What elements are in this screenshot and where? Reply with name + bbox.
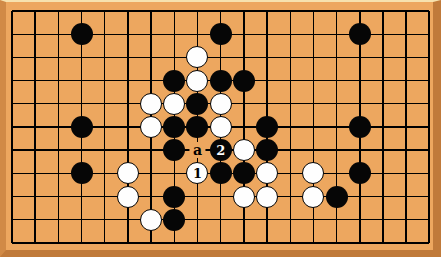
black-stone — [349, 116, 371, 138]
intersection — [209, 185, 232, 208]
white-stone — [233, 139, 255, 161]
intersection — [24, 208, 47, 231]
intersection — [186, 23, 209, 46]
intersection — [163, 162, 186, 185]
intersection — [348, 208, 371, 231]
intersection — [163, 92, 186, 115]
intersection — [395, 162, 418, 185]
intersection — [116, 92, 139, 115]
intersection — [116, 0, 139, 23]
intersection — [255, 139, 278, 162]
intersection — [418, 92, 441, 115]
intersection — [186, 69, 209, 92]
black-stone — [71, 162, 93, 184]
intersection — [302, 208, 325, 231]
intersection — [24, 115, 47, 138]
intersection — [418, 185, 441, 208]
intersection — [325, 231, 348, 254]
black-stone — [186, 93, 208, 115]
intersection — [325, 185, 348, 208]
intersection — [186, 115, 209, 138]
intersection — [348, 139, 371, 162]
white-stone — [140, 209, 162, 231]
intersection — [325, 208, 348, 231]
intersection — [348, 23, 371, 46]
intersection — [418, 46, 441, 69]
intersection — [371, 208, 394, 231]
intersection — [348, 115, 371, 138]
intersection — [232, 231, 255, 254]
intersection — [47, 115, 70, 138]
black-stone — [71, 116, 93, 138]
intersection — [255, 23, 278, 46]
intersection — [0, 0, 23, 23]
intersection — [279, 139, 302, 162]
intersection — [24, 162, 47, 185]
intersection — [0, 115, 23, 138]
black-stone — [349, 162, 371, 184]
intersection — [24, 139, 47, 162]
intersection — [371, 115, 394, 138]
intersection — [186, 46, 209, 69]
intersection — [186, 92, 209, 115]
intersection — [348, 69, 371, 92]
intersection — [93, 69, 116, 92]
intersection — [209, 46, 232, 69]
intersection — [279, 46, 302, 69]
intersection — [209, 92, 232, 115]
intersection — [116, 115, 139, 138]
intersection — [325, 162, 348, 185]
intersection — [325, 23, 348, 46]
intersection — [279, 23, 302, 46]
intersection — [395, 23, 418, 46]
intersection — [140, 0, 163, 23]
intersection — [395, 0, 418, 23]
intersection — [163, 231, 186, 254]
white-stone — [210, 93, 232, 115]
intersection — [70, 115, 93, 138]
intersection — [255, 162, 278, 185]
intersection — [24, 69, 47, 92]
intersection — [302, 0, 325, 23]
intersection — [348, 92, 371, 115]
intersection — [371, 139, 394, 162]
intersection — [348, 185, 371, 208]
white-stone — [256, 162, 278, 184]
intersection — [371, 92, 394, 115]
intersection — [255, 231, 278, 254]
intersection — [232, 185, 255, 208]
intersection — [47, 139, 70, 162]
intersection — [232, 46, 255, 69]
intersection — [209, 69, 232, 92]
intersection — [93, 0, 116, 23]
intersection — [0, 231, 23, 254]
intersection — [418, 23, 441, 46]
intersection — [116, 23, 139, 46]
intersection — [47, 0, 70, 23]
intersection — [24, 185, 47, 208]
black-stone — [256, 116, 278, 138]
white-stone — [186, 70, 208, 92]
intersection — [348, 46, 371, 69]
intersection — [24, 23, 47, 46]
point-label-a: a — [190, 142, 205, 158]
intersection — [395, 208, 418, 231]
intersection — [116, 46, 139, 69]
intersection — [116, 208, 139, 231]
black-stone — [349, 23, 371, 45]
intersection — [255, 46, 278, 69]
intersection — [0, 208, 23, 231]
intersection — [232, 23, 255, 46]
intersection — [163, 115, 186, 138]
intersection — [70, 23, 93, 46]
intersection — [255, 208, 278, 231]
move-number-2: 2 — [216, 144, 225, 157]
intersection — [0, 139, 23, 162]
intersection — [93, 162, 116, 185]
intersection — [395, 139, 418, 162]
intersection — [163, 139, 186, 162]
intersection — [232, 139, 255, 162]
intersection — [395, 185, 418, 208]
intersection — [140, 185, 163, 208]
intersection — [70, 162, 93, 185]
intersection: 1 — [186, 162, 209, 185]
move-number-1: 1 — [193, 167, 202, 180]
intersection — [209, 208, 232, 231]
intersection — [325, 115, 348, 138]
intersection — [302, 46, 325, 69]
intersection — [24, 92, 47, 115]
intersection — [348, 231, 371, 254]
intersection — [325, 46, 348, 69]
intersection — [232, 208, 255, 231]
intersection — [255, 69, 278, 92]
intersection — [279, 115, 302, 138]
intersection — [279, 162, 302, 185]
intersection — [209, 162, 232, 185]
white-stone: 1 — [186, 162, 208, 184]
white-stone — [302, 162, 324, 184]
intersection — [116, 162, 139, 185]
intersection — [140, 231, 163, 254]
intersection — [279, 92, 302, 115]
intersection — [0, 46, 23, 69]
intersection — [93, 92, 116, 115]
intersection — [70, 208, 93, 231]
intersection — [418, 208, 441, 231]
intersection — [163, 46, 186, 69]
intersection — [325, 0, 348, 23]
intersection — [209, 0, 232, 23]
intersection — [116, 139, 139, 162]
intersection — [163, 208, 186, 231]
intersection — [418, 0, 441, 23]
intersection — [140, 92, 163, 115]
intersection — [70, 69, 93, 92]
intersection — [70, 139, 93, 162]
intersection — [186, 0, 209, 23]
intersection — [371, 231, 394, 254]
white-stone — [302, 186, 324, 208]
intersection — [418, 115, 441, 138]
intersection — [279, 208, 302, 231]
intersection — [116, 185, 139, 208]
intersection — [24, 0, 47, 23]
intersection — [371, 0, 394, 23]
intersection — [140, 115, 163, 138]
intersection — [70, 231, 93, 254]
intersection — [47, 23, 70, 46]
intersection — [24, 46, 47, 69]
intersection — [0, 23, 23, 46]
intersection — [348, 0, 371, 23]
intersection — [70, 46, 93, 69]
intersection — [232, 69, 255, 92]
intersection — [232, 0, 255, 23]
intersection — [279, 231, 302, 254]
white-stone — [163, 93, 185, 115]
intersection — [140, 162, 163, 185]
white-stone — [186, 46, 208, 68]
intersection: a — [186, 139, 209, 162]
intersection — [395, 46, 418, 69]
intersection — [47, 92, 70, 115]
intersection — [47, 231, 70, 254]
board-grid: a21 — [0, 0, 441, 254]
intersection — [116, 231, 139, 254]
intersection — [232, 92, 255, 115]
intersection — [163, 0, 186, 23]
intersection — [232, 115, 255, 138]
intersection — [255, 115, 278, 138]
intersection — [209, 23, 232, 46]
black-stone — [256, 139, 278, 161]
intersection — [140, 69, 163, 92]
white-stone — [256, 186, 278, 208]
black-stone — [233, 70, 255, 92]
black-stone — [163, 139, 185, 161]
black-stone — [210, 70, 232, 92]
intersection — [140, 139, 163, 162]
intersection — [302, 162, 325, 185]
intersection — [70, 185, 93, 208]
intersection — [371, 69, 394, 92]
go-board: a21 — [0, 0, 441, 257]
black-stone — [326, 186, 348, 208]
white-stone — [117, 162, 139, 184]
intersection — [93, 139, 116, 162]
intersection — [395, 92, 418, 115]
black-stone — [210, 162, 232, 184]
intersection — [24, 231, 47, 254]
intersection — [232, 162, 255, 185]
intersection — [93, 46, 116, 69]
intersection — [186, 208, 209, 231]
intersection — [325, 139, 348, 162]
black-stone — [233, 162, 255, 184]
intersection — [302, 231, 325, 254]
intersection — [140, 208, 163, 231]
white-stone — [140, 93, 162, 115]
intersection — [0, 162, 23, 185]
white-stone — [233, 186, 255, 208]
intersection — [209, 115, 232, 138]
intersection — [47, 162, 70, 185]
intersection — [0, 92, 23, 115]
black-stone — [163, 186, 185, 208]
intersection — [325, 69, 348, 92]
intersection — [302, 185, 325, 208]
intersection — [186, 231, 209, 254]
intersection — [0, 185, 23, 208]
intersection — [70, 92, 93, 115]
intersection — [395, 115, 418, 138]
intersection — [47, 69, 70, 92]
intersection — [116, 69, 139, 92]
intersection — [47, 46, 70, 69]
white-stone — [117, 186, 139, 208]
intersection — [418, 162, 441, 185]
intersection — [371, 185, 394, 208]
intersection — [93, 231, 116, 254]
intersection — [279, 69, 302, 92]
intersection — [302, 69, 325, 92]
intersection — [0, 69, 23, 92]
intersection — [418, 231, 441, 254]
intersection — [279, 0, 302, 23]
intersection: 2 — [209, 139, 232, 162]
intersection — [302, 23, 325, 46]
intersection — [140, 23, 163, 46]
intersection — [93, 208, 116, 231]
intersection — [418, 139, 441, 162]
black-stone — [163, 70, 185, 92]
intersection — [70, 0, 93, 23]
black-stone — [163, 209, 185, 231]
black-stone — [163, 116, 185, 138]
intersection — [255, 185, 278, 208]
white-stone — [140, 116, 162, 138]
intersection — [371, 46, 394, 69]
black-stone: 2 — [210, 139, 232, 161]
black-stone — [210, 23, 232, 45]
intersection — [325, 92, 348, 115]
intersection — [255, 92, 278, 115]
intersection — [140, 46, 163, 69]
intersection — [302, 115, 325, 138]
black-stone — [186, 116, 208, 138]
intersection — [93, 23, 116, 46]
intersection — [418, 69, 441, 92]
intersection — [371, 23, 394, 46]
intersection — [186, 185, 209, 208]
intersection — [302, 139, 325, 162]
intersection — [93, 185, 116, 208]
intersection — [395, 231, 418, 254]
intersection — [163, 69, 186, 92]
intersection — [93, 115, 116, 138]
intersection — [163, 185, 186, 208]
intersection — [47, 208, 70, 231]
intersection — [348, 162, 371, 185]
intersection — [209, 231, 232, 254]
black-stone — [71, 23, 93, 45]
intersection — [395, 69, 418, 92]
intersection — [371, 162, 394, 185]
intersection — [163, 23, 186, 46]
intersection — [302, 92, 325, 115]
intersection — [255, 0, 278, 23]
white-stone — [210, 116, 232, 138]
intersection — [47, 185, 70, 208]
intersection — [279, 185, 302, 208]
